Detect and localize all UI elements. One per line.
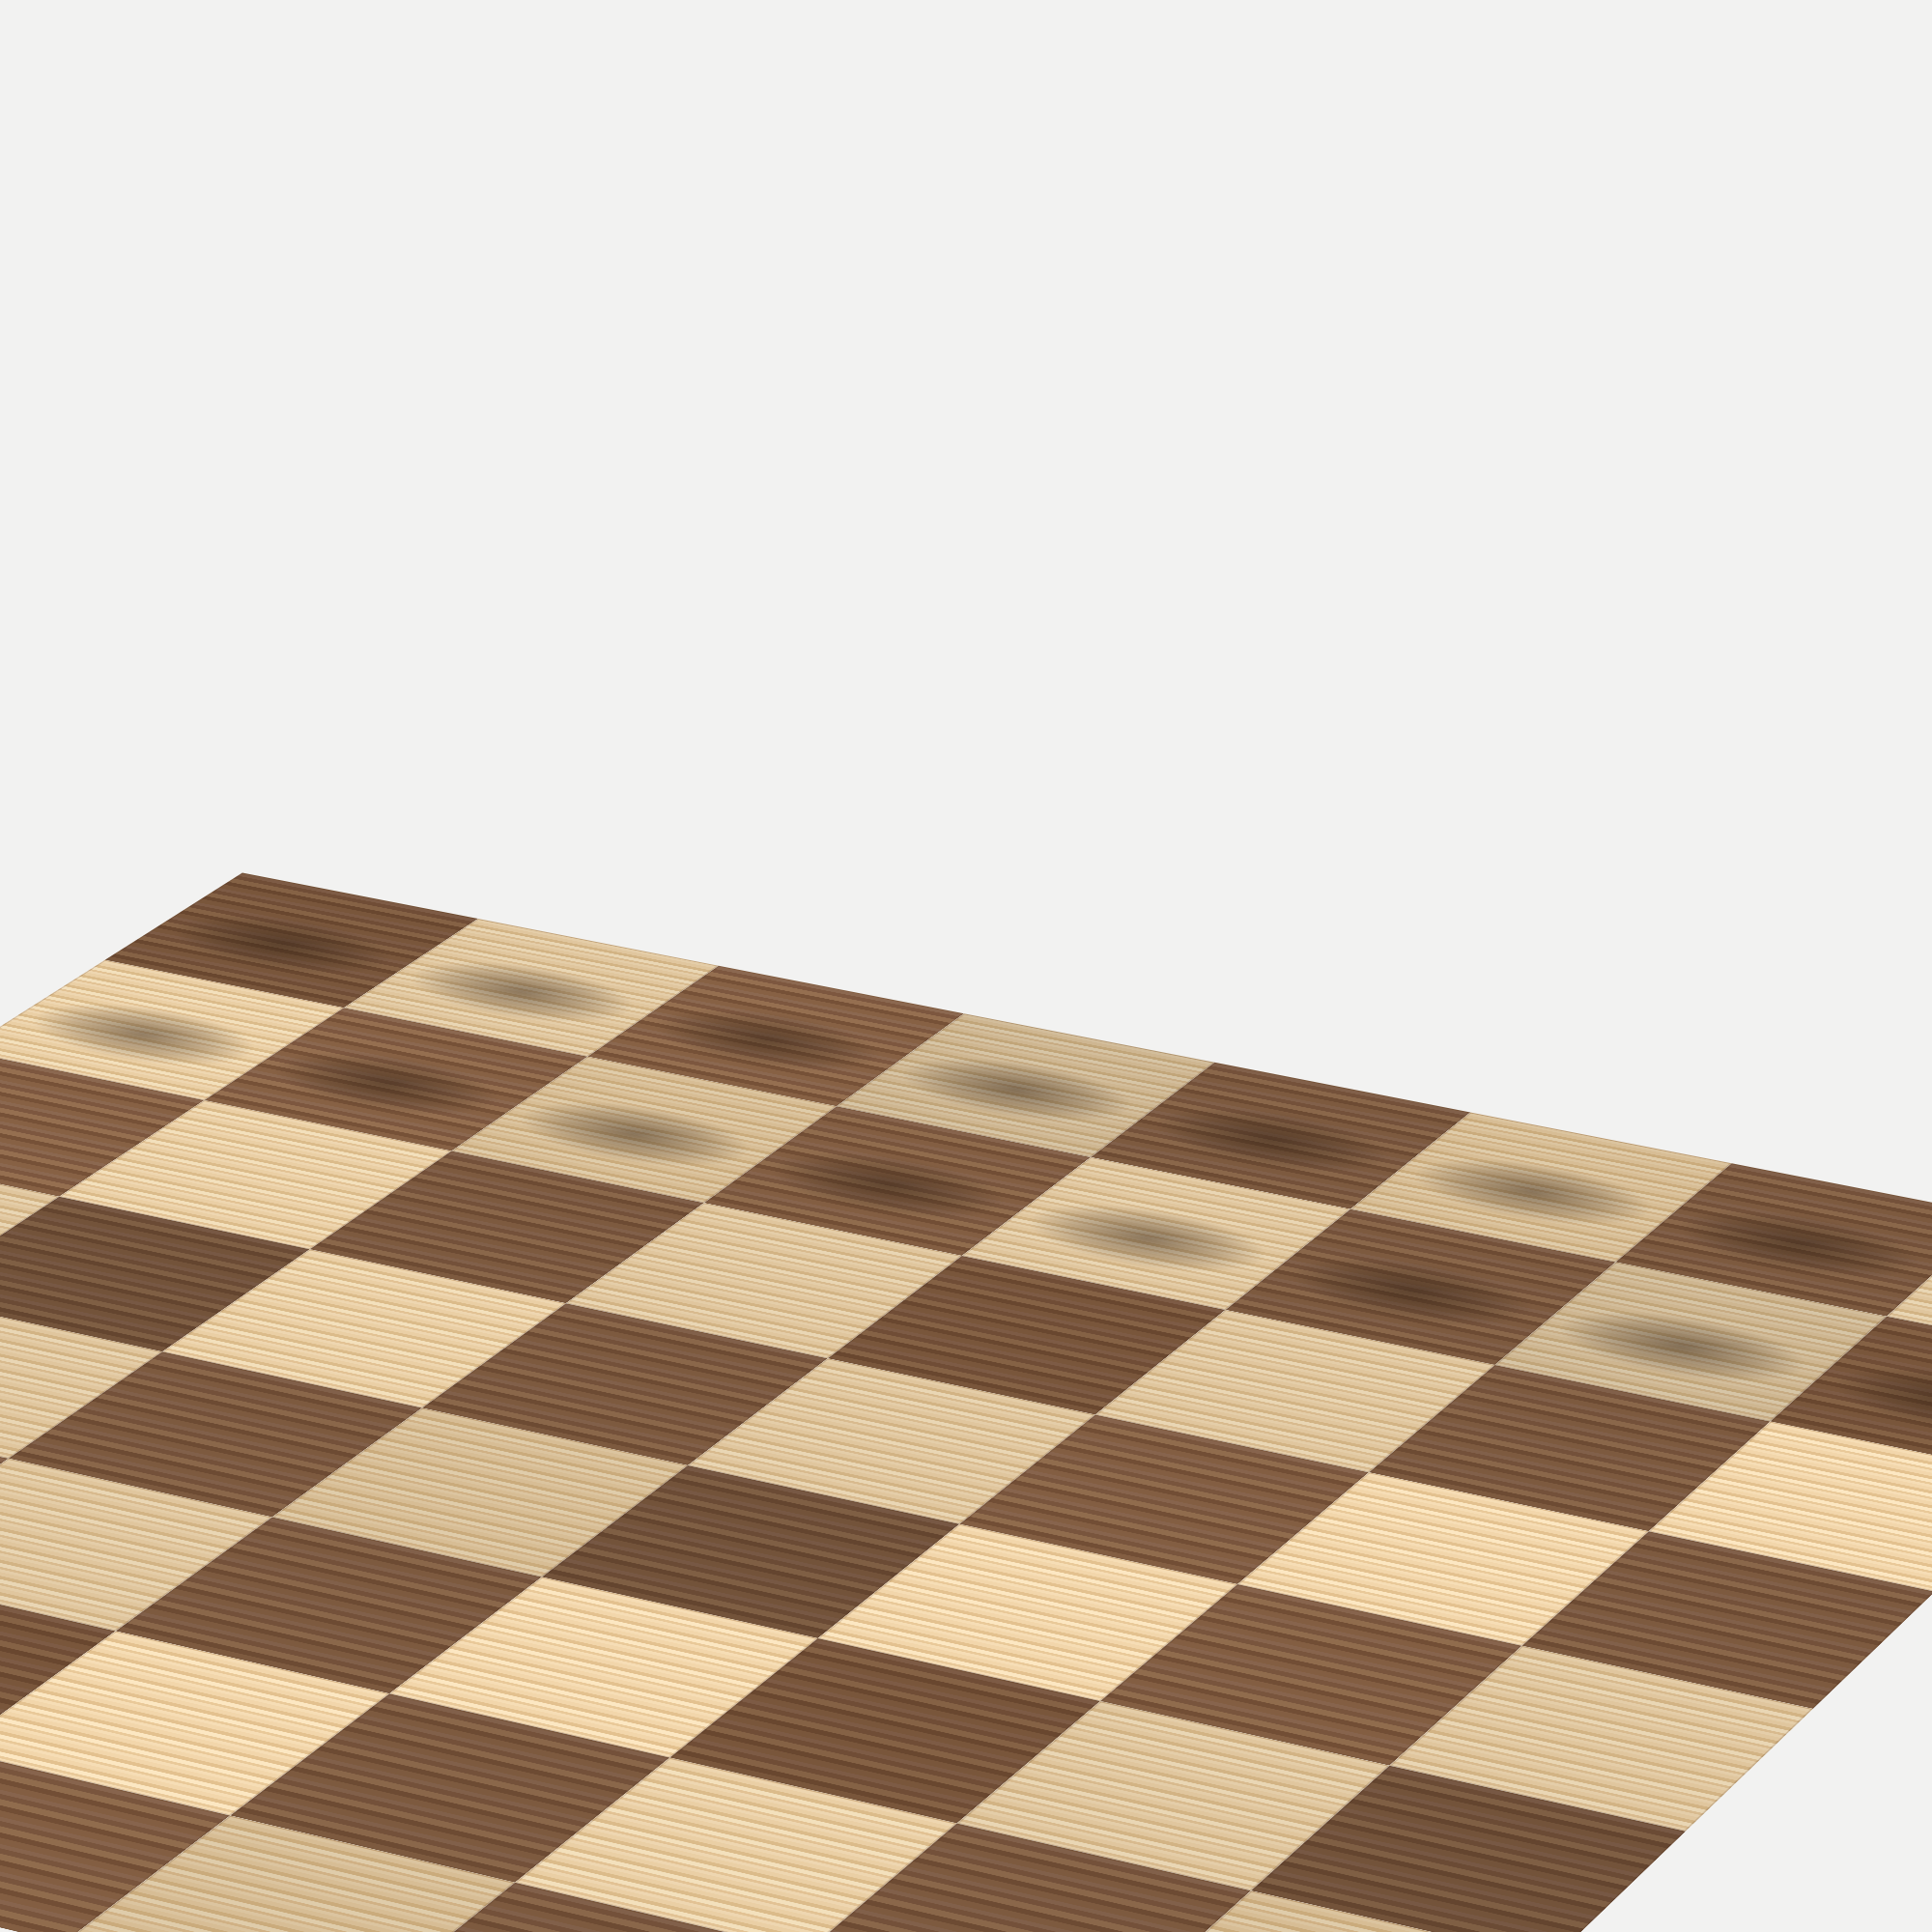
black-pawn-glyph: ♟ bbox=[10, 661, 293, 1043]
black-pawn-glyph: ♟ bbox=[251, 706, 537, 1093]
square-c3 bbox=[0, 1459, 272, 1632]
black-pawn-glyph: ♟ bbox=[750, 800, 1041, 1194]
oak-square bbox=[0, 1459, 272, 1632]
scene: ♜♞♝♛♚♝♞♜♟♟♟♟♟♟♟♟ bbox=[0, 0, 1932, 1932]
black-pawn-glyph: ♟ bbox=[497, 753, 786, 1143]
black-pawn-glyph: ♟ bbox=[1008, 848, 1302, 1247]
black-pawn-glyph: ♟ bbox=[1813, 1000, 1932, 1411]
chess-set-photo: ♜♞♝♛♚♝♞♜♟♟♟♟♟♟♟♟ bbox=[0, 0, 1932, 1932]
black-pawn-glyph: ♟ bbox=[1539, 949, 1840, 1356]
chess-board: ♜♞♝♛♚♝♞♜♟♟♟♟♟♟♟♟ bbox=[0, 872, 1932, 1932]
black-pawn-glyph: ♟ bbox=[1270, 898, 1569, 1301]
